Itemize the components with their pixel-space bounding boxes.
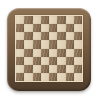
square-c4[interactable]: [33, 49, 41, 57]
square-d8[interactable]: [41, 16, 49, 24]
square-e6[interactable]: [49, 32, 57, 40]
square-f4[interactable]: [57, 49, 65, 57]
square-b7[interactable]: [24, 24, 32, 32]
square-a2[interactable]: [16, 65, 24, 73]
square-a1[interactable]: [16, 73, 24, 81]
square-h5[interactable]: [74, 40, 82, 48]
square-e5[interactable]: [49, 40, 57, 48]
square-h8[interactable]: [74, 16, 82, 24]
square-f6[interactable]: [57, 32, 65, 40]
square-g7[interactable]: [66, 24, 74, 32]
square-b6[interactable]: [24, 32, 32, 40]
square-c1[interactable]: [33, 73, 41, 81]
square-b3[interactable]: [24, 57, 32, 65]
square-g4[interactable]: [66, 49, 74, 57]
square-d1[interactable]: [41, 73, 49, 81]
square-g1[interactable]: [66, 73, 74, 81]
square-a3[interactable]: [16, 57, 24, 65]
square-c5[interactable]: [33, 40, 41, 48]
square-d4[interactable]: [41, 49, 49, 57]
square-d3[interactable]: [41, 57, 49, 65]
square-a4[interactable]: [16, 49, 24, 57]
square-f1[interactable]: [57, 73, 65, 81]
board-inlay-border: [15, 15, 83, 82]
square-b5[interactable]: [24, 40, 32, 48]
square-a6[interactable]: [16, 32, 24, 40]
square-e1[interactable]: [49, 73, 57, 81]
square-f7[interactable]: [57, 24, 65, 32]
square-h7[interactable]: [74, 24, 82, 32]
square-h3[interactable]: [74, 57, 82, 65]
square-c3[interactable]: [33, 57, 41, 65]
square-h1[interactable]: [74, 73, 82, 81]
square-b1[interactable]: [24, 73, 32, 81]
square-f5[interactable]: [57, 40, 65, 48]
square-a7[interactable]: [16, 24, 24, 32]
square-b4[interactable]: [24, 49, 32, 57]
square-e2[interactable]: [49, 65, 57, 73]
square-h4[interactable]: [74, 49, 82, 57]
square-e4[interactable]: [49, 49, 57, 57]
square-c6[interactable]: [33, 32, 41, 40]
square-h2[interactable]: [74, 65, 82, 73]
square-b2[interactable]: [24, 65, 32, 73]
square-a5[interactable]: [16, 40, 24, 48]
square-f8[interactable]: [57, 16, 65, 24]
square-g6[interactable]: [66, 32, 74, 40]
square-d6[interactable]: [41, 32, 49, 40]
square-c7[interactable]: [33, 24, 41, 32]
square-c2[interactable]: [33, 65, 41, 73]
square-g2[interactable]: [66, 65, 74, 73]
square-f2[interactable]: [57, 65, 65, 73]
square-h6[interactable]: [74, 32, 82, 40]
square-e8[interactable]: [49, 16, 57, 24]
square-e7[interactable]: [49, 24, 57, 32]
square-b8[interactable]: [24, 16, 32, 24]
square-g5[interactable]: [66, 40, 74, 48]
product-photo-background: [0, 0, 98, 98]
square-g8[interactable]: [66, 16, 74, 24]
board-grid: [16, 16, 82, 81]
square-d2[interactable]: [41, 65, 49, 73]
square-c8[interactable]: [33, 16, 41, 24]
square-e3[interactable]: [49, 57, 57, 65]
square-d7[interactable]: [41, 24, 49, 32]
square-g3[interactable]: [66, 57, 74, 65]
square-d5[interactable]: [41, 40, 49, 48]
square-a8[interactable]: [16, 16, 24, 24]
square-f3[interactable]: [57, 57, 65, 65]
chess-board: [7, 8, 91, 91]
